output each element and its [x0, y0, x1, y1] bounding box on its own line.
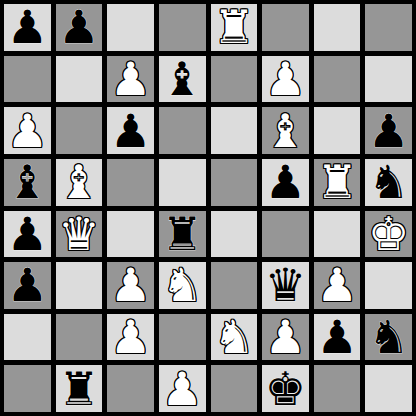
white-pawn-piece[interactable]: ♟ [110, 262, 151, 308]
square-h4[interactable]: ♚ [365, 211, 412, 258]
square-a4[interactable]: ♟ [4, 211, 51, 258]
white-king-piece[interactable]: ♚ [368, 211, 409, 257]
square-b5[interactable]: ♝ [56, 159, 103, 206]
square-f1[interactable]: ♚ [262, 365, 309, 412]
square-f6[interactable]: ♝ [262, 107, 309, 154]
square-h7[interactable] [365, 56, 412, 103]
black-pawn-piece[interactable]: ♟ [7, 262, 48, 308]
square-h2[interactable]: ♞ [365, 314, 412, 361]
square-b2[interactable] [56, 314, 103, 361]
square-b6[interactable] [56, 107, 103, 154]
square-g3[interactable]: ♟ [314, 262, 361, 309]
square-c2[interactable]: ♟ [107, 314, 154, 361]
square-d2[interactable] [159, 314, 206, 361]
black-pawn-piece[interactable]: ♟ [58, 4, 99, 50]
square-f5[interactable]: ♟ [262, 159, 309, 206]
white-pawn-piece[interactable]: ♟ [316, 262, 357, 308]
square-g8[interactable] [314, 4, 361, 51]
black-pawn-piece[interactable]: ♟ [7, 4, 48, 50]
white-pawn-piece[interactable]: ♟ [7, 108, 48, 154]
square-h1[interactable] [365, 365, 412, 412]
square-a5[interactable]: ♝ [4, 159, 51, 206]
square-c7[interactable]: ♟ [107, 56, 154, 103]
black-rook-piece[interactable]: ♜ [162, 211, 203, 257]
square-b8[interactable]: ♟ [56, 4, 103, 51]
square-c3[interactable]: ♟ [107, 262, 154, 309]
black-pawn-piece[interactable]: ♟ [316, 314, 357, 360]
black-pawn-piece[interactable]: ♟ [110, 108, 151, 154]
square-h5[interactable]: ♞ [365, 159, 412, 206]
square-a8[interactable]: ♟ [4, 4, 51, 51]
square-d3[interactable]: ♞ [159, 262, 206, 309]
chess-board: ♟♟♜♟♝♟♟♟♝♟♝♝♟♜♞♟♛♜♚♟♟♞♛♟♟♞♟♟♞♜♟♚ [0, 0, 416, 416]
square-g4[interactable] [314, 211, 361, 258]
square-g1[interactable] [314, 365, 361, 412]
square-e4[interactable] [211, 211, 258, 258]
square-c5[interactable] [107, 159, 154, 206]
square-a6[interactable]: ♟ [4, 107, 51, 154]
black-bishop-piece[interactable]: ♝ [162, 56, 203, 102]
white-rook-piece[interactable]: ♜ [316, 159, 357, 205]
square-e5[interactable] [211, 159, 258, 206]
white-rook-piece[interactable]: ♜ [213, 4, 254, 50]
black-pawn-piece[interactable]: ♟ [265, 159, 306, 205]
square-h6[interactable]: ♟ [365, 107, 412, 154]
white-bishop-piece[interactable]: ♝ [265, 108, 306, 154]
white-pawn-piece[interactable]: ♟ [265, 314, 306, 360]
white-pawn-piece[interactable]: ♟ [110, 56, 151, 102]
square-b3[interactable] [56, 262, 103, 309]
square-a2[interactable] [4, 314, 51, 361]
black-knight-piece[interactable]: ♞ [368, 314, 409, 360]
square-d6[interactable] [159, 107, 206, 154]
square-b1[interactable]: ♜ [56, 365, 103, 412]
square-c4[interactable] [107, 211, 154, 258]
square-c8[interactable] [107, 4, 154, 51]
square-f3[interactable]: ♛ [262, 262, 309, 309]
square-e7[interactable] [211, 56, 258, 103]
white-bishop-piece[interactable]: ♝ [58, 159, 99, 205]
square-f7[interactable]: ♟ [262, 56, 309, 103]
white-pawn-piece[interactable]: ♟ [110, 314, 151, 360]
square-g5[interactable]: ♜ [314, 159, 361, 206]
square-h3[interactable] [365, 262, 412, 309]
square-d1[interactable]: ♟ [159, 365, 206, 412]
square-h8[interactable] [365, 4, 412, 51]
square-c1[interactable] [107, 365, 154, 412]
square-e8[interactable]: ♜ [211, 4, 258, 51]
square-a3[interactable]: ♟ [4, 262, 51, 309]
black-pawn-piece[interactable]: ♟ [368, 108, 409, 154]
black-pawn-piece[interactable]: ♟ [7, 211, 48, 257]
square-a1[interactable] [4, 365, 51, 412]
square-b4[interactable]: ♛ [56, 211, 103, 258]
square-e3[interactable] [211, 262, 258, 309]
square-f8[interactable] [262, 4, 309, 51]
square-d8[interactable] [159, 4, 206, 51]
black-rook-piece[interactable]: ♜ [58, 366, 99, 412]
square-d4[interactable]: ♜ [159, 211, 206, 258]
square-c6[interactable]: ♟ [107, 107, 154, 154]
square-d7[interactable]: ♝ [159, 56, 206, 103]
black-knight-piece[interactable]: ♞ [368, 159, 409, 205]
square-e6[interactable] [211, 107, 258, 154]
white-queen-piece[interactable]: ♛ [58, 211, 99, 257]
square-e2[interactable]: ♞ [211, 314, 258, 361]
white-knight-piece[interactable]: ♞ [213, 314, 254, 360]
white-pawn-piece[interactable]: ♟ [162, 366, 203, 412]
black-bishop-piece[interactable]: ♝ [7, 159, 48, 205]
square-g2[interactable]: ♟ [314, 314, 361, 361]
white-knight-piece[interactable]: ♞ [162, 262, 203, 308]
square-f2[interactable]: ♟ [262, 314, 309, 361]
square-g7[interactable] [314, 56, 361, 103]
black-queen-piece[interactable]: ♛ [265, 262, 306, 308]
square-f4[interactable] [262, 211, 309, 258]
white-pawn-piece[interactable]: ♟ [265, 56, 306, 102]
black-king-piece[interactable]: ♚ [265, 366, 306, 412]
square-a7[interactable] [4, 56, 51, 103]
square-g6[interactable] [314, 107, 361, 154]
square-b7[interactable] [56, 56, 103, 103]
square-d5[interactable] [159, 159, 206, 206]
square-e1[interactable] [211, 365, 258, 412]
